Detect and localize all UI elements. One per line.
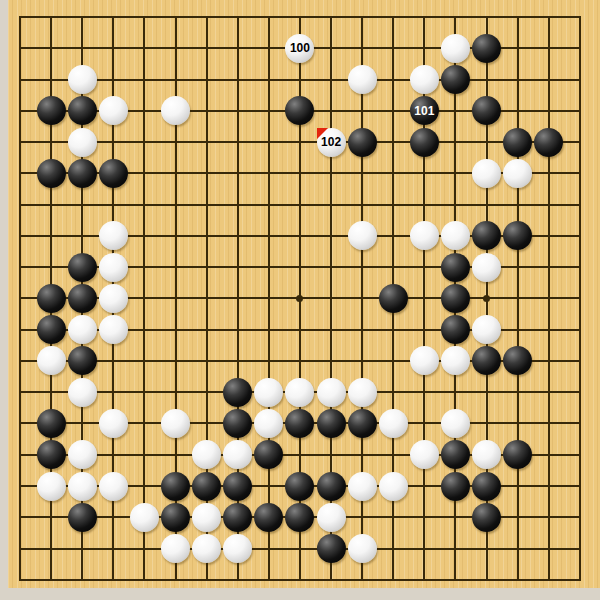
- board-intersection[interactable]: [533, 158, 564, 189]
- board-intersection[interactable]: [222, 345, 253, 376]
- board-intersection[interactable]: [471, 126, 502, 157]
- board-intersection[interactable]: [98, 345, 129, 376]
- board-intersection[interactable]: [36, 1, 67, 32]
- board-intersection[interactable]: [440, 33, 471, 64]
- board-intersection[interactable]: [222, 408, 253, 439]
- board-intersection[interactable]: [502, 533, 533, 564]
- board-intersection[interactable]: [533, 126, 564, 157]
- board-intersection[interactable]: [502, 1, 533, 32]
- board-intersection[interactable]: [378, 126, 409, 157]
- board-intersection[interactable]: [36, 126, 67, 157]
- board-intersection[interactable]: [98, 33, 129, 64]
- board-intersection[interactable]: [378, 345, 409, 376]
- board-intersection[interactable]: [440, 408, 471, 439]
- board-intersection[interactable]: [316, 1, 347, 32]
- board-intersection[interactable]: [129, 533, 160, 564]
- board-intersection[interactable]: [440, 189, 471, 220]
- board-intersection[interactable]: [4, 314, 35, 345]
- board-intersection[interactable]: [284, 377, 315, 408]
- board-intersection[interactable]: [160, 408, 191, 439]
- board-intersection[interactable]: [347, 158, 378, 189]
- board-intersection[interactable]: [160, 283, 191, 314]
- board-intersection[interactable]: [222, 502, 253, 533]
- board-intersection[interactable]: [4, 377, 35, 408]
- board-intersection[interactable]: [222, 283, 253, 314]
- board-intersection[interactable]: [471, 439, 502, 470]
- board-intersection[interactable]: [347, 345, 378, 376]
- board-intersection[interactable]: [98, 220, 129, 251]
- board-intersection[interactable]: [440, 252, 471, 283]
- board-intersection[interactable]: [347, 439, 378, 470]
- board-intersection[interactable]: 102: [316, 126, 347, 157]
- board-intersection[interactable]: [160, 533, 191, 564]
- board-intersection[interactable]: [440, 502, 471, 533]
- board-intersection[interactable]: [533, 64, 564, 95]
- board-intersection[interactable]: [253, 533, 284, 564]
- board-intersection[interactable]: [378, 470, 409, 501]
- board-intersection[interactable]: [4, 158, 35, 189]
- board-intersection[interactable]: [253, 439, 284, 470]
- board-intersection[interactable]: [284, 220, 315, 251]
- board-intersection[interactable]: [564, 345, 595, 376]
- board-intersection[interactable]: [502, 126, 533, 157]
- board-intersection[interactable]: [67, 64, 98, 95]
- board-intersection[interactable]: [564, 533, 595, 564]
- board-intersection[interactable]: 101: [409, 95, 440, 126]
- board-intersection[interactable]: [502, 252, 533, 283]
- board-intersection[interactable]: [129, 189, 160, 220]
- board-intersection[interactable]: [502, 283, 533, 314]
- board-intersection[interactable]: [347, 1, 378, 32]
- board-intersection[interactable]: [4, 189, 35, 220]
- board-intersection[interactable]: [4, 126, 35, 157]
- board-intersection[interactable]: [129, 314, 160, 345]
- board-intersection[interactable]: [347, 314, 378, 345]
- board-intersection[interactable]: [191, 345, 222, 376]
- board-intersection[interactable]: [222, 220, 253, 251]
- board-intersection[interactable]: [129, 220, 160, 251]
- board-intersection[interactable]: [36, 533, 67, 564]
- board-intersection[interactable]: [502, 220, 533, 251]
- board-intersection[interactable]: [564, 158, 595, 189]
- board-intersection[interactable]: [502, 408, 533, 439]
- board-intersection[interactable]: [316, 502, 347, 533]
- board-intersection[interactable]: [98, 439, 129, 470]
- board-intersection[interactable]: [160, 252, 191, 283]
- board-intersection[interactable]: [316, 189, 347, 220]
- board-intersection[interactable]: [533, 470, 564, 501]
- board-intersection[interactable]: [284, 126, 315, 157]
- board-intersection[interactable]: [378, 439, 409, 470]
- board-intersection[interactable]: [4, 345, 35, 376]
- board-intersection[interactable]: [253, 408, 284, 439]
- board-intersection[interactable]: [471, 502, 502, 533]
- board-intersection[interactable]: [98, 283, 129, 314]
- board-intersection[interactable]: [129, 95, 160, 126]
- board-intersection[interactable]: [222, 33, 253, 64]
- board-intersection[interactable]: [129, 126, 160, 157]
- board-intersection[interactable]: [347, 283, 378, 314]
- board-intersection[interactable]: [160, 1, 191, 32]
- board-intersection[interactable]: [347, 502, 378, 533]
- board-intersection[interactable]: [253, 314, 284, 345]
- board-intersection[interactable]: [502, 158, 533, 189]
- board-intersection[interactable]: [533, 502, 564, 533]
- board-intersection[interactable]: [36, 345, 67, 376]
- board-intersection[interactable]: [191, 158, 222, 189]
- board-intersection[interactable]: [502, 189, 533, 220]
- board-intersection[interactable]: [440, 377, 471, 408]
- board-intersection[interactable]: [409, 189, 440, 220]
- board-intersection[interactable]: [191, 126, 222, 157]
- board-intersection[interactable]: [564, 439, 595, 470]
- board-intersection[interactable]: [222, 533, 253, 564]
- board-intersection[interactable]: [191, 220, 222, 251]
- board-intersection[interactable]: [253, 502, 284, 533]
- board-intersection[interactable]: [564, 220, 595, 251]
- board-intersection[interactable]: [564, 470, 595, 501]
- board-intersection[interactable]: [284, 189, 315, 220]
- board-intersection[interactable]: [98, 158, 129, 189]
- board-intersection[interactable]: [502, 377, 533, 408]
- board-intersection[interactable]: [160, 189, 191, 220]
- board-intersection[interactable]: [67, 1, 98, 32]
- board-intersection[interactable]: [4, 470, 35, 501]
- board-intersection[interactable]: [284, 502, 315, 533]
- board-intersection[interactable]: [316, 252, 347, 283]
- board-intersection[interactable]: [347, 33, 378, 64]
- board-intersection[interactable]: [253, 220, 284, 251]
- board-intersection[interactable]: [98, 377, 129, 408]
- board-intersection[interactable]: [191, 408, 222, 439]
- board-intersection[interactable]: [67, 283, 98, 314]
- board-intersection[interactable]: [440, 1, 471, 32]
- board-intersection[interactable]: [160, 95, 191, 126]
- board-intersection[interactable]: [4, 252, 35, 283]
- board-intersection[interactable]: [316, 314, 347, 345]
- board-intersection[interactable]: [471, 189, 502, 220]
- board-intersection[interactable]: [67, 377, 98, 408]
- board-intersection[interactable]: [253, 33, 284, 64]
- board-intersection[interactable]: [564, 189, 595, 220]
- board-intersection[interactable]: [347, 126, 378, 157]
- board-intersection[interactable]: [36, 377, 67, 408]
- board-intersection[interactable]: [222, 158, 253, 189]
- board-intersection[interactable]: [409, 439, 440, 470]
- board-intersection[interactable]: [378, 64, 409, 95]
- board-intersection[interactable]: [347, 95, 378, 126]
- board-intersection[interactable]: [67, 220, 98, 251]
- board-intersection[interactable]: [67, 33, 98, 64]
- board-intersection[interactable]: [222, 95, 253, 126]
- board-intersection[interactable]: [4, 502, 35, 533]
- board-intersection[interactable]: [316, 64, 347, 95]
- board-intersection[interactable]: [564, 95, 595, 126]
- board-intersection[interactable]: [533, 1, 564, 32]
- board-intersection[interactable]: [129, 158, 160, 189]
- board-intersection[interactable]: [471, 252, 502, 283]
- board-intersection[interactable]: [284, 283, 315, 314]
- board-intersection[interactable]: [98, 470, 129, 501]
- board-intersection[interactable]: [378, 502, 409, 533]
- board-intersection[interactable]: [67, 345, 98, 376]
- board-intersection[interactable]: [4, 33, 35, 64]
- board-intersection[interactable]: [471, 33, 502, 64]
- board-intersection[interactable]: [502, 345, 533, 376]
- board-intersection[interactable]: [316, 470, 347, 501]
- board-intersection[interactable]: [533, 345, 564, 376]
- board-intersection[interactable]: [98, 252, 129, 283]
- board-intersection[interactable]: [347, 408, 378, 439]
- board-intersection[interactable]: [471, 314, 502, 345]
- board-intersection[interactable]: [98, 502, 129, 533]
- board-intersection[interactable]: [440, 533, 471, 564]
- board-intersection[interactable]: [160, 439, 191, 470]
- board-intersection[interactable]: [36, 33, 67, 64]
- board-intersection[interactable]: [129, 252, 160, 283]
- board-intersection[interactable]: [564, 1, 595, 32]
- board-intersection[interactable]: [378, 283, 409, 314]
- board-intersection[interactable]: [564, 33, 595, 64]
- board-intersection[interactable]: [471, 345, 502, 376]
- board-intersection[interactable]: [160, 33, 191, 64]
- board-intersection[interactable]: [440, 126, 471, 157]
- board-intersection[interactable]: [316, 220, 347, 251]
- board-intersection[interactable]: [191, 470, 222, 501]
- board-intersection[interactable]: [284, 533, 315, 564]
- board-intersection[interactable]: [67, 439, 98, 470]
- board-intersection[interactable]: [316, 408, 347, 439]
- board-intersection[interactable]: [533, 408, 564, 439]
- board-intersection[interactable]: [440, 64, 471, 95]
- board-intersection[interactable]: [67, 126, 98, 157]
- board-intersection[interactable]: [253, 283, 284, 314]
- board-intersection[interactable]: [440, 345, 471, 376]
- board-intersection[interactable]: [36, 220, 67, 251]
- board-intersection[interactable]: [471, 533, 502, 564]
- board-intersection[interactable]: [191, 252, 222, 283]
- board-intersection[interactable]: [284, 408, 315, 439]
- board-intersection[interactable]: [533, 533, 564, 564]
- board-intersection[interactable]: [36, 314, 67, 345]
- board-intersection[interactable]: [409, 408, 440, 439]
- board-intersection[interactable]: [191, 1, 222, 32]
- board-intersection[interactable]: [284, 252, 315, 283]
- board-intersection[interactable]: [347, 377, 378, 408]
- board-intersection[interactable]: [564, 502, 595, 533]
- board-intersection[interactable]: [67, 158, 98, 189]
- board-intersection[interactable]: [409, 252, 440, 283]
- board-intersection[interactable]: [378, 252, 409, 283]
- board-intersection[interactable]: [98, 189, 129, 220]
- board-intersection[interactable]: [471, 220, 502, 251]
- board-intersection[interactable]: [129, 439, 160, 470]
- board-intersection[interactable]: [129, 33, 160, 64]
- board-intersection[interactable]: [253, 1, 284, 32]
- board-intersection[interactable]: [502, 439, 533, 470]
- board-intersection[interactable]: [253, 95, 284, 126]
- board-intersection[interactable]: [502, 95, 533, 126]
- board-intersection[interactable]: [191, 377, 222, 408]
- board-intersection[interactable]: [222, 470, 253, 501]
- board-intersection[interactable]: [378, 533, 409, 564]
- board-intersection[interactable]: [564, 283, 595, 314]
- board-intersection[interactable]: [316, 533, 347, 564]
- board-intersection[interactable]: [36, 283, 67, 314]
- board-intersection[interactable]: [36, 189, 67, 220]
- board-intersection[interactable]: [316, 345, 347, 376]
- board-intersection[interactable]: [191, 314, 222, 345]
- board-intersection[interactable]: [564, 252, 595, 283]
- board-intersection[interactable]: [4, 95, 35, 126]
- board-intersection[interactable]: [67, 314, 98, 345]
- board-intersection[interactable]: [4, 1, 35, 32]
- board-intersection[interactable]: [347, 189, 378, 220]
- board-intersection[interactable]: [378, 314, 409, 345]
- board-intersection[interactable]: [284, 314, 315, 345]
- board-intersection[interactable]: [347, 64, 378, 95]
- board-intersection[interactable]: [471, 158, 502, 189]
- board-intersection[interactable]: [253, 126, 284, 157]
- board-intersection[interactable]: [191, 33, 222, 64]
- board-intersection[interactable]: [191, 439, 222, 470]
- board-intersection[interactable]: [378, 33, 409, 64]
- board-intersection[interactable]: [67, 189, 98, 220]
- board-intersection[interactable]: [253, 345, 284, 376]
- board-intersection[interactable]: [98, 533, 129, 564]
- board-intersection[interactable]: [471, 95, 502, 126]
- board-intersection[interactable]: [564, 126, 595, 157]
- board-intersection[interactable]: [191, 189, 222, 220]
- board-intersection[interactable]: [347, 220, 378, 251]
- board-intersection[interactable]: [4, 408, 35, 439]
- board-intersection[interactable]: 100: [284, 33, 315, 64]
- board-intersection[interactable]: [471, 377, 502, 408]
- board-intersection[interactable]: [222, 439, 253, 470]
- board-intersection[interactable]: [4, 439, 35, 470]
- board-intersection[interactable]: [409, 283, 440, 314]
- board-intersection[interactable]: [67, 95, 98, 126]
- board-intersection[interactable]: [502, 314, 533, 345]
- board-intersection[interactable]: [253, 158, 284, 189]
- board-intersection[interactable]: [160, 64, 191, 95]
- board-intersection[interactable]: [502, 502, 533, 533]
- board-intersection[interactable]: [502, 470, 533, 501]
- board-intersection[interactable]: [564, 64, 595, 95]
- board-intersection[interactable]: [409, 158, 440, 189]
- board-intersection[interactable]: [533, 377, 564, 408]
- board-intersection[interactable]: [316, 439, 347, 470]
- board-intersection[interactable]: [533, 314, 564, 345]
- board-intersection[interactable]: [98, 126, 129, 157]
- board-intersection[interactable]: [191, 502, 222, 533]
- board-intersection[interactable]: [129, 345, 160, 376]
- board-intersection[interactable]: [191, 95, 222, 126]
- board-intersection[interactable]: [222, 126, 253, 157]
- board-intersection[interactable]: [160, 470, 191, 501]
- board-intersection[interactable]: [36, 158, 67, 189]
- board-intersection[interactable]: [129, 377, 160, 408]
- board-intersection[interactable]: [67, 408, 98, 439]
- board-intersection[interactable]: [98, 408, 129, 439]
- board-intersection[interactable]: [347, 470, 378, 501]
- board-intersection[interactable]: [222, 189, 253, 220]
- board-intersection[interactable]: [129, 470, 160, 501]
- board-intersection[interactable]: [4, 533, 35, 564]
- board-intersection[interactable]: [98, 1, 129, 32]
- board-intersection[interactable]: [36, 470, 67, 501]
- board-intersection[interactable]: [4, 220, 35, 251]
- board-intersection[interactable]: [316, 33, 347, 64]
- board-intersection[interactable]: [284, 345, 315, 376]
- board-intersection[interactable]: [378, 377, 409, 408]
- board-intersection[interactable]: [316, 158, 347, 189]
- board-intersection[interactable]: [378, 189, 409, 220]
- board-intersection[interactable]: [284, 64, 315, 95]
- board-intersection[interactable]: [98, 64, 129, 95]
- board-intersection[interactable]: [502, 33, 533, 64]
- board-intersection[interactable]: [222, 377, 253, 408]
- board-intersection[interactable]: [253, 252, 284, 283]
- board-intersection[interactable]: [253, 377, 284, 408]
- board-intersection[interactable]: [316, 95, 347, 126]
- board-intersection[interactable]: [129, 502, 160, 533]
- board-intersection[interactable]: [316, 377, 347, 408]
- board-intersection[interactable]: [409, 502, 440, 533]
- board-intersection[interactable]: [409, 345, 440, 376]
- board-intersection[interactable]: [284, 1, 315, 32]
- board-intersection[interactable]: [67, 470, 98, 501]
- board-intersection[interactable]: [533, 95, 564, 126]
- board-intersection[interactable]: [533, 252, 564, 283]
- board-intersection[interactable]: [253, 64, 284, 95]
- board-intersection[interactable]: [471, 408, 502, 439]
- board-intersection[interactable]: [316, 283, 347, 314]
- board-intersection[interactable]: [222, 1, 253, 32]
- board-intersection[interactable]: [378, 1, 409, 32]
- board-intersection[interactable]: [378, 220, 409, 251]
- board-intersection[interactable]: [409, 64, 440, 95]
- board-intersection[interactable]: [129, 408, 160, 439]
- board-intersection[interactable]: [409, 377, 440, 408]
- board-intersection[interactable]: [129, 1, 160, 32]
- board-intersection[interactable]: [160, 345, 191, 376]
- board-intersection[interactable]: [440, 470, 471, 501]
- board-intersection[interactable]: [67, 533, 98, 564]
- board-intersection[interactable]: [191, 283, 222, 314]
- board-intersection[interactable]: [533, 283, 564, 314]
- board-intersection[interactable]: [222, 252, 253, 283]
- board-intersection[interactable]: [347, 252, 378, 283]
- board-intersection[interactable]: [533, 220, 564, 251]
- board-intersection[interactable]: [253, 189, 284, 220]
- board-intersection[interactable]: [36, 408, 67, 439]
- board-intersection[interactable]: [409, 314, 440, 345]
- board-intersection[interactable]: [564, 408, 595, 439]
- board-intersection[interactable]: [533, 189, 564, 220]
- board-intersection[interactable]: [160, 377, 191, 408]
- board-intersection[interactable]: [502, 64, 533, 95]
- board-intersection[interactable]: [471, 1, 502, 32]
- board-intersection[interactable]: [471, 470, 502, 501]
- board-intersection[interactable]: [409, 220, 440, 251]
- board-intersection[interactable]: [409, 533, 440, 564]
- board-intersection[interactable]: [378, 408, 409, 439]
- board-intersection[interactable]: [36, 439, 67, 470]
- board-intersection[interactable]: [160, 220, 191, 251]
- board-intersection[interactable]: [67, 502, 98, 533]
- board-intersection[interactable]: [347, 533, 378, 564]
